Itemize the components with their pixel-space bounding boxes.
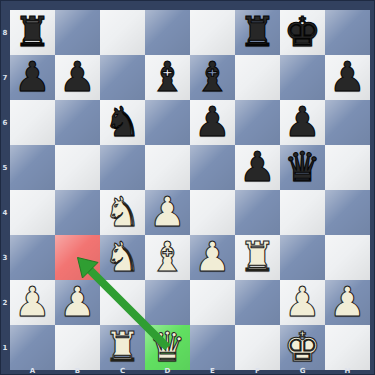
rank-label-6: 6 bbox=[0, 100, 10, 145]
square-f5[interactable]: ♟ bbox=[235, 145, 280, 190]
square-b8[interactable] bbox=[55, 10, 100, 55]
piece-black-bishop-d7[interactable]: ♝ bbox=[145, 55, 190, 100]
square-a2[interactable]: ♟ bbox=[10, 280, 55, 325]
rank-label-5: 5 bbox=[0, 145, 10, 190]
square-a6[interactable] bbox=[10, 100, 55, 145]
square-a5[interactable] bbox=[10, 145, 55, 190]
chess-board-frame: ♜♜♚♟♟♝♝♟♞♟♟♟♛♞♟♞♝♟♜♟♟♟♟♜♛♚ 87654321ABCDE… bbox=[0, 0, 375, 375]
piece-white-pawn-b2[interactable]: ♟ bbox=[55, 280, 100, 325]
square-d3[interactable]: ♝ bbox=[145, 235, 190, 280]
square-e6[interactable]: ♟ bbox=[190, 100, 235, 145]
square-f8[interactable]: ♜ bbox=[235, 10, 280, 55]
square-d2[interactable] bbox=[145, 280, 190, 325]
piece-white-pawn-a2[interactable]: ♟ bbox=[10, 280, 55, 325]
square-b3[interactable] bbox=[55, 235, 100, 280]
piece-black-pawn-b7[interactable]: ♟ bbox=[55, 55, 100, 100]
square-d1[interactable]: ♛ bbox=[145, 325, 190, 370]
square-a7[interactable]: ♟ bbox=[10, 55, 55, 100]
square-d8[interactable] bbox=[145, 10, 190, 55]
square-f4[interactable] bbox=[235, 190, 280, 235]
piece-white-knight-c3[interactable]: ♞ bbox=[100, 235, 145, 280]
square-b6[interactable] bbox=[55, 100, 100, 145]
square-d6[interactable] bbox=[145, 100, 190, 145]
square-e7[interactable]: ♝ bbox=[190, 55, 235, 100]
square-c5[interactable] bbox=[100, 145, 145, 190]
square-f6[interactable] bbox=[235, 100, 280, 145]
square-h8[interactable] bbox=[325, 10, 370, 55]
square-c4[interactable]: ♞ bbox=[100, 190, 145, 235]
file-label-f: F bbox=[235, 367, 280, 375]
square-g6[interactable]: ♟ bbox=[280, 100, 325, 145]
piece-white-pawn-e3[interactable]: ♟ bbox=[190, 235, 235, 280]
square-h7[interactable]: ♟ bbox=[325, 55, 370, 100]
square-d5[interactable] bbox=[145, 145, 190, 190]
piece-black-bishop-e7[interactable]: ♝ bbox=[190, 55, 235, 100]
piece-white-knight-c4[interactable]: ♞ bbox=[100, 190, 145, 235]
square-b2[interactable]: ♟ bbox=[55, 280, 100, 325]
file-label-h: H bbox=[325, 367, 370, 375]
square-a4[interactable] bbox=[10, 190, 55, 235]
square-c8[interactable] bbox=[100, 10, 145, 55]
square-g1[interactable]: ♚ bbox=[280, 325, 325, 370]
square-h3[interactable] bbox=[325, 235, 370, 280]
piece-white-queen-d1[interactable]: ♛ bbox=[145, 325, 190, 370]
square-g3[interactable] bbox=[280, 235, 325, 280]
rank-label-1: 1 bbox=[0, 325, 10, 370]
piece-black-rook-f8[interactable]: ♜ bbox=[235, 10, 280, 55]
square-e2[interactable] bbox=[190, 280, 235, 325]
square-c7[interactable] bbox=[100, 55, 145, 100]
rank-label-8: 8 bbox=[0, 10, 10, 55]
rank-label-3: 3 bbox=[0, 235, 10, 280]
square-b4[interactable] bbox=[55, 190, 100, 235]
square-a1[interactable] bbox=[10, 325, 55, 370]
square-e8[interactable] bbox=[190, 10, 235, 55]
piece-black-pawn-f5[interactable]: ♟ bbox=[235, 145, 280, 190]
square-b7[interactable]: ♟ bbox=[55, 55, 100, 100]
square-e5[interactable] bbox=[190, 145, 235, 190]
file-label-d: D bbox=[145, 367, 190, 375]
square-c1[interactable]: ♜ bbox=[100, 325, 145, 370]
square-c2[interactable] bbox=[100, 280, 145, 325]
square-c3[interactable]: ♞ bbox=[100, 235, 145, 280]
file-label-c: C bbox=[100, 367, 145, 375]
square-h2[interactable]: ♟ bbox=[325, 280, 370, 325]
chess-board: ♜♜♚♟♟♝♝♟♞♟♟♟♛♞♟♞♝♟♜♟♟♟♟♜♛♚ bbox=[10, 10, 370, 370]
piece-white-pawn-g2[interactable]: ♟ bbox=[280, 280, 325, 325]
piece-black-knight-c6[interactable]: ♞ bbox=[100, 100, 145, 145]
file-label-e: E bbox=[190, 367, 235, 375]
piece-white-king-g1[interactable]: ♚ bbox=[280, 325, 325, 370]
piece-white-pawn-h2[interactable]: ♟ bbox=[325, 280, 370, 325]
square-d4[interactable]: ♟ bbox=[145, 190, 190, 235]
file-label-g: G bbox=[280, 367, 325, 375]
piece-black-rook-a8[interactable]: ♜ bbox=[10, 10, 55, 55]
square-b5[interactable] bbox=[55, 145, 100, 190]
square-h5[interactable] bbox=[325, 145, 370, 190]
piece-black-pawn-e6[interactable]: ♟ bbox=[190, 100, 235, 145]
square-h6[interactable] bbox=[325, 100, 370, 145]
piece-black-pawn-g6[interactable]: ♟ bbox=[280, 100, 325, 145]
square-g7[interactable] bbox=[280, 55, 325, 100]
square-f2[interactable] bbox=[235, 280, 280, 325]
piece-white-pawn-d4[interactable]: ♟ bbox=[145, 190, 190, 235]
file-label-b: B bbox=[55, 367, 100, 375]
square-e1[interactable] bbox=[190, 325, 235, 370]
piece-white-bishop-d3[interactable]: ♝ bbox=[145, 235, 190, 280]
square-h4[interactable] bbox=[325, 190, 370, 235]
square-d7[interactable]: ♝ bbox=[145, 55, 190, 100]
piece-white-rook-c1[interactable]: ♜ bbox=[100, 325, 145, 370]
square-g2[interactable]: ♟ bbox=[280, 280, 325, 325]
square-a3[interactable] bbox=[10, 235, 55, 280]
square-h1[interactable] bbox=[325, 325, 370, 370]
square-a8[interactable]: ♜ bbox=[10, 10, 55, 55]
piece-black-pawn-a7[interactable]: ♟ bbox=[10, 55, 55, 100]
square-g4[interactable] bbox=[280, 190, 325, 235]
rank-label-2: 2 bbox=[0, 280, 10, 325]
piece-white-rook-f3[interactable]: ♜ bbox=[235, 235, 280, 280]
square-g8[interactable]: ♚ bbox=[280, 10, 325, 55]
piece-black-queen-g5[interactable]: ♛ bbox=[280, 145, 325, 190]
square-f7[interactable] bbox=[235, 55, 280, 100]
square-c6[interactable]: ♞ bbox=[100, 100, 145, 145]
file-label-a: A bbox=[10, 367, 55, 375]
piece-black-pawn-h7[interactable]: ♟ bbox=[325, 55, 370, 100]
piece-black-king-g8[interactable]: ♚ bbox=[280, 10, 325, 55]
rank-label-7: 7 bbox=[0, 55, 10, 100]
square-b1[interactable] bbox=[55, 325, 100, 370]
square-g5[interactable]: ♛ bbox=[280, 145, 325, 190]
square-e3[interactable]: ♟ bbox=[190, 235, 235, 280]
rank-label-4: 4 bbox=[0, 190, 10, 235]
square-e4[interactable] bbox=[190, 190, 235, 235]
square-f1[interactable] bbox=[235, 325, 280, 370]
square-f3[interactable]: ♜ bbox=[235, 235, 280, 280]
